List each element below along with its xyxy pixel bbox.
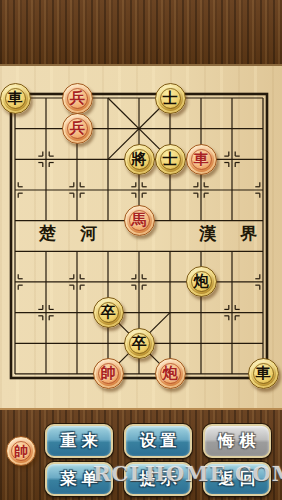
button-grid: 重来设置悔棋菜单提示返回 [45, 424, 271, 496]
xiangqi-board[interactable]: 楚 河 漢 界 車兵士兵將士車馬炮卒卒帥炮車 [0, 66, 282, 408]
piece-red-soldier[interactable]: 兵 [62, 113, 93, 144]
top-wood-bar [0, 0, 282, 66]
piece-black-general[interactable]: 將 [124, 144, 155, 175]
return-button[interactable]: 返回 [203, 462, 271, 496]
red-soldier-glyph: 兵 [63, 84, 92, 113]
bottom-control-bar: 帥 重来设置悔棋菜单提示返回 [0, 408, 282, 500]
piece-black-advisor[interactable]: 士 [155, 144, 186, 175]
piece-black-chariot[interactable]: 車 [0, 83, 31, 114]
piece-red-cannon[interactable]: 炮 [155, 358, 186, 389]
red-cannon-glyph: 炮 [156, 359, 185, 388]
button-row: 菜单提示返回 [45, 462, 271, 496]
black-chariot-glyph: 車 [249, 359, 278, 388]
piece-black-soldier[interactable]: 卒 [124, 328, 155, 359]
turn-indicator-red-general: 帥 [6, 436, 36, 466]
red-horse-glyph: 馬 [125, 206, 154, 235]
piece-red-chariot[interactable]: 車 [186, 144, 217, 175]
restart-button[interactable]: 重来 [45, 424, 113, 458]
menu-button[interactable]: 菜单 [45, 462, 113, 496]
piece-black-cannon[interactable]: 炮 [186, 266, 217, 297]
black-soldier-glyph: 卒 [94, 298, 123, 327]
black-advisor-glyph: 士 [156, 84, 185, 113]
red-soldier-glyph: 兵 [63, 114, 92, 143]
button-row: 重来设置悔棋 [45, 424, 271, 458]
settings-button[interactable]: 设置 [124, 424, 192, 458]
red-general-glyph: 帥 [94, 359, 123, 388]
piece-red-soldier[interactable]: 兵 [62, 83, 93, 114]
xiangqi-app: 楚 河 漢 界 車兵士兵將士車馬炮卒卒帥炮車 帥 重来设置悔棋菜单提示返回 RC… [0, 0, 282, 500]
black-general-glyph: 將 [125, 145, 154, 174]
piece-black-chariot[interactable]: 車 [248, 358, 279, 389]
black-chariot-glyph: 車 [1, 84, 30, 113]
piece-red-horse[interactable]: 馬 [124, 205, 155, 236]
red-general-glyph: 帥 [7, 437, 35, 465]
undo-button[interactable]: 悔棋 [203, 424, 271, 458]
piece-black-advisor[interactable]: 士 [155, 83, 186, 114]
black-cannon-glyph: 炮 [187, 267, 216, 296]
black-advisor-glyph: 士 [156, 145, 185, 174]
piece-black-soldier[interactable]: 卒 [93, 297, 124, 328]
red-chariot-glyph: 車 [187, 145, 216, 174]
black-soldier-glyph: 卒 [125, 329, 154, 358]
piece-layer: 車兵士兵將士車馬炮卒卒帥炮車 [0, 83, 279, 390]
piece-red-general[interactable]: 帥 [93, 358, 124, 389]
hint-button[interactable]: 提示 [124, 462, 192, 496]
